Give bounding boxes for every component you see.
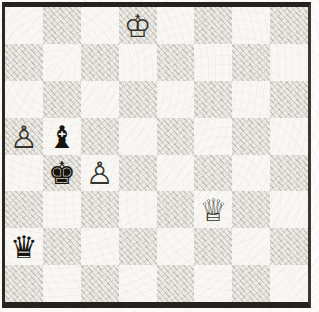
square-h4 — [270, 155, 308, 192]
square-b6 — [43, 81, 81, 118]
square-g3 — [232, 191, 270, 228]
square-g6 — [232, 81, 270, 118]
square-a2: ♛ — [5, 228, 43, 265]
square-c4: ♙ — [81, 155, 119, 192]
square-d2 — [119, 228, 157, 265]
square-e3 — [157, 191, 195, 228]
square-e5 — [157, 118, 195, 155]
square-g4 — [232, 155, 270, 192]
square-c2 — [81, 228, 119, 265]
square-g1 — [232, 265, 270, 302]
square-h5 — [270, 118, 308, 155]
piece-white-king-d8: ♔ — [124, 11, 152, 42]
square-c6 — [81, 81, 119, 118]
square-d3 — [119, 191, 157, 228]
square-h7 — [270, 44, 308, 81]
piece-black-queen-a2: ♛ — [10, 232, 38, 263]
square-e6 — [157, 81, 195, 118]
square-h3 — [270, 191, 308, 228]
square-d5 — [119, 118, 157, 155]
square-h6 — [270, 81, 308, 118]
square-h2 — [270, 228, 308, 265]
square-a6 — [5, 81, 43, 118]
square-c1 — [81, 265, 119, 302]
square-e1 — [157, 265, 195, 302]
square-f1 — [194, 265, 232, 302]
square-d6 — [119, 81, 157, 118]
square-e4 — [157, 155, 195, 192]
square-f4 — [194, 155, 232, 192]
square-b4: ♚ — [43, 155, 81, 192]
square-f7 — [194, 44, 232, 81]
square-c5 — [81, 118, 119, 155]
square-c7 — [81, 44, 119, 81]
square-g2 — [232, 228, 270, 265]
piece-white-queen-f3: ♕ — [199, 195, 227, 226]
square-b1 — [43, 265, 81, 302]
square-h1 — [270, 265, 308, 302]
square-f3: ♕ — [194, 191, 232, 228]
square-f2 — [194, 228, 232, 265]
chess-board-frame: ♔♙♝♚♙♕♛ — [2, 2, 311, 308]
square-c8 — [81, 7, 119, 44]
square-g5 — [232, 118, 270, 155]
piece-black-bishop-b5: ♝ — [48, 122, 76, 153]
square-c3 — [81, 191, 119, 228]
square-e8 — [157, 7, 195, 44]
square-d1 — [119, 265, 157, 302]
square-a5: ♙ — [5, 118, 43, 155]
square-a1 — [5, 265, 43, 302]
square-b5: ♝ — [43, 118, 81, 155]
square-a3 — [5, 191, 43, 228]
square-e7 — [157, 44, 195, 81]
square-a8 — [5, 7, 43, 44]
square-f8 — [194, 7, 232, 44]
piece-white-pawn-a5: ♙ — [10, 122, 38, 153]
piece-white-pawn-c4: ♙ — [86, 158, 114, 189]
square-g7 — [232, 44, 270, 81]
square-f5 — [194, 118, 232, 155]
square-e2 — [157, 228, 195, 265]
square-b2 — [43, 228, 81, 265]
square-a7 — [5, 44, 43, 81]
square-b8 — [43, 7, 81, 44]
square-b7 — [43, 44, 81, 81]
square-d7 — [119, 44, 157, 81]
square-d8: ♔ — [119, 7, 157, 44]
chess-board: ♔♙♝♚♙♕♛ — [5, 7, 308, 302]
square-b3 — [43, 191, 81, 228]
square-f6 — [194, 81, 232, 118]
piece-black-king-b4: ♚ — [48, 158, 76, 189]
square-a4 — [5, 155, 43, 192]
square-h8 — [270, 7, 308, 44]
square-d4 — [119, 155, 157, 192]
square-g8 — [232, 7, 270, 44]
